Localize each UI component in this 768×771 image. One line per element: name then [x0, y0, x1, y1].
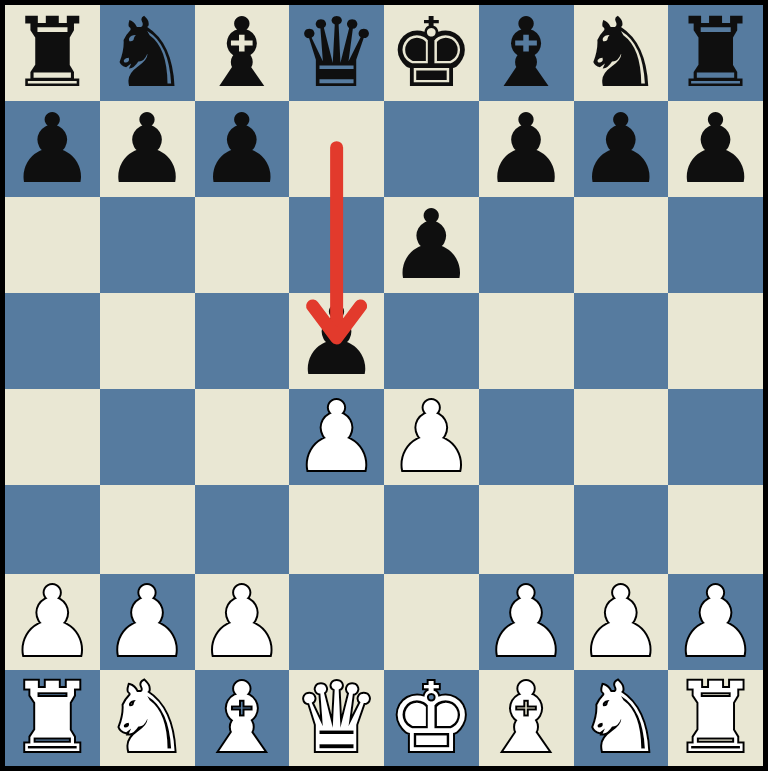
- square-b5[interactable]: [100, 293, 195, 389]
- square-e3[interactable]: [384, 485, 479, 574]
- black-pawn-d5: ♟: [294, 293, 380, 389]
- square-f3[interactable]: [479, 485, 574, 574]
- square-g4[interactable]: [574, 389, 669, 485]
- black-pawn-a7: ♟: [9, 101, 95, 197]
- square-a5[interactable]: [5, 293, 100, 389]
- white-pawn-a2: ♟: [9, 574, 95, 670]
- black-rook-a8: ♜: [9, 5, 95, 101]
- white-pawn-c2: ♟: [199, 574, 285, 670]
- square-b6[interactable]: [100, 197, 195, 293]
- square-h3[interactable]: [668, 485, 763, 574]
- white-pawn-f2: ♟: [483, 574, 569, 670]
- square-h6[interactable]: [668, 197, 763, 293]
- white-knight-g1: ♞: [578, 670, 664, 766]
- square-e5[interactable]: [384, 293, 479, 389]
- black-pawn-b7: ♟: [104, 101, 190, 197]
- square-e7[interactable]: [384, 101, 479, 197]
- black-knight-b8: ♞: [104, 5, 190, 101]
- square-a4[interactable]: [5, 389, 100, 485]
- square-c2[interactable]: ♟: [195, 574, 290, 670]
- square-h8[interactable]: ♜: [668, 5, 763, 101]
- square-a8[interactable]: ♜: [5, 5, 100, 101]
- square-f2[interactable]: ♟: [479, 574, 574, 670]
- square-g8[interactable]: ♞: [574, 5, 669, 101]
- square-b7[interactable]: ♟: [100, 101, 195, 197]
- square-f1[interactable]: ♝: [479, 670, 574, 766]
- square-c6[interactable]: [195, 197, 290, 293]
- square-b1[interactable]: ♞: [100, 670, 195, 766]
- square-e6[interactable]: ♟: [384, 197, 479, 293]
- black-pawn-g7: ♟: [578, 101, 664, 197]
- black-bishop-f8: ♝: [483, 5, 569, 101]
- white-king-e1: ♚: [388, 670, 474, 766]
- black-knight-g8: ♞: [578, 5, 664, 101]
- black-rook-h8: ♜: [673, 5, 759, 101]
- black-pawn-h7: ♟: [673, 101, 759, 197]
- square-h4[interactable]: [668, 389, 763, 485]
- square-c7[interactable]: ♟: [195, 101, 290, 197]
- black-pawn-c7: ♟: [199, 101, 285, 197]
- black-king-e8: ♚: [388, 5, 474, 101]
- square-b2[interactable]: ♟: [100, 574, 195, 670]
- white-bishop-c1: ♝: [199, 670, 285, 766]
- square-d4[interactable]: ♟: [289, 389, 384, 485]
- square-b8[interactable]: ♞: [100, 5, 195, 101]
- square-d3[interactable]: [289, 485, 384, 574]
- square-c3[interactable]: [195, 485, 290, 574]
- black-pawn-f7: ♟: [483, 101, 569, 197]
- square-h1[interactable]: ♜: [668, 670, 763, 766]
- square-d2[interactable]: [289, 574, 384, 670]
- square-c4[interactable]: [195, 389, 290, 485]
- chess-board: ♜♞♝♛♚♝♞♜♟♟♟♟♟♟♟♟♟♟♟♟♟♟♟♟♜♞♝♛♚♝♞♜: [0, 0, 768, 771]
- square-g5[interactable]: [574, 293, 669, 389]
- black-pawn-e6: ♟: [388, 197, 474, 293]
- square-d1[interactable]: ♛: [289, 670, 384, 766]
- white-pawn-b2: ♟: [104, 574, 190, 670]
- square-g3[interactable]: [574, 485, 669, 574]
- white-pawn-e4: ♟: [388, 389, 474, 485]
- square-e8[interactable]: ♚: [384, 5, 479, 101]
- square-h2[interactable]: ♟: [668, 574, 763, 670]
- chess-app: ♜♞♝♛♚♝♞♜♟♟♟♟♟♟♟♟♟♟♟♟♟♟♟♟♜♞♝♛♚♝♞♜: [0, 0, 768, 771]
- square-f7[interactable]: ♟: [479, 101, 574, 197]
- square-c1[interactable]: ♝: [195, 670, 290, 766]
- white-pawn-g2: ♟: [578, 574, 664, 670]
- white-queen-d1: ♛: [294, 670, 380, 766]
- white-rook-a1: ♜: [9, 670, 95, 766]
- square-b3[interactable]: [100, 485, 195, 574]
- white-pawn-h2: ♟: [673, 574, 759, 670]
- square-h7[interactable]: ♟: [668, 101, 763, 197]
- square-e2[interactable]: [384, 574, 479, 670]
- black-bishop-c8: ♝: [199, 5, 285, 101]
- square-b4[interactable]: [100, 389, 195, 485]
- square-c5[interactable]: [195, 293, 290, 389]
- white-rook-h1: ♜: [673, 670, 759, 766]
- square-g7[interactable]: ♟: [574, 101, 669, 197]
- square-d7[interactable]: [289, 101, 384, 197]
- square-f4[interactable]: [479, 389, 574, 485]
- square-a7[interactable]: ♟: [5, 101, 100, 197]
- square-g1[interactable]: ♞: [574, 670, 669, 766]
- square-a3[interactable]: [5, 485, 100, 574]
- square-c8[interactable]: ♝: [195, 5, 290, 101]
- white-pawn-d4: ♟: [294, 389, 380, 485]
- square-e4[interactable]: ♟: [384, 389, 479, 485]
- square-a6[interactable]: [5, 197, 100, 293]
- square-e1[interactable]: ♚: [384, 670, 479, 766]
- square-f5[interactable]: [479, 293, 574, 389]
- square-d5[interactable]: ♟: [289, 293, 384, 389]
- square-a1[interactable]: ♜: [5, 670, 100, 766]
- white-bishop-f1: ♝: [483, 670, 569, 766]
- black-queen-d8: ♛: [294, 5, 380, 101]
- square-g2[interactable]: ♟: [574, 574, 669, 670]
- square-h5[interactable]: [668, 293, 763, 389]
- square-a2[interactable]: ♟: [5, 574, 100, 670]
- white-knight-b1: ♞: [104, 670, 190, 766]
- square-d6[interactable]: [289, 197, 384, 293]
- square-g6[interactable]: [574, 197, 669, 293]
- square-d8[interactable]: ♛: [289, 5, 384, 101]
- square-f6[interactable]: [479, 197, 574, 293]
- square-f8[interactable]: ♝: [479, 5, 574, 101]
